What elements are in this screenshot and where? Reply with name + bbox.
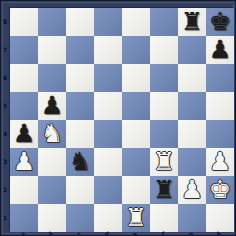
file-label-c: c: [65, 231, 93, 236]
square-b5[interactable]: ♟: [38, 92, 66, 120]
square-c1[interactable]: [66, 204, 94, 232]
rank-label-2: 2: [1, 175, 9, 203]
rank-label-3: 3: [1, 147, 9, 175]
black-rook-f2[interactable]: ♜: [150, 176, 178, 204]
square-f7[interactable]: [150, 36, 178, 64]
white-rook-f3[interactable]: ♜: [150, 148, 178, 176]
square-c7[interactable]: [66, 36, 94, 64]
square-c5[interactable]: [66, 92, 94, 120]
white-king-h2[interactable]: ♚: [206, 176, 234, 204]
square-b7[interactable]: [38, 36, 66, 64]
square-f5[interactable]: [150, 92, 178, 120]
square-b6[interactable]: [38, 64, 66, 92]
square-a4[interactable]: ♟: [10, 120, 38, 148]
rank-label-5: 5: [1, 91, 9, 119]
rank-label-7: 7: [1, 35, 9, 63]
rank-label-1: 1: [1, 203, 9, 231]
square-f8[interactable]: [150, 8, 178, 36]
square-g3[interactable]: [178, 148, 206, 176]
square-h7[interactable]: ♟: [206, 36, 234, 64]
square-c8[interactable]: [66, 8, 94, 36]
white-pawn-a3[interactable]: ♟: [10, 148, 38, 176]
square-h5[interactable]: [206, 92, 234, 120]
square-e3[interactable]: [122, 148, 150, 176]
square-a8[interactable]: [10, 8, 38, 36]
square-d8[interactable]: [94, 8, 122, 36]
square-b2[interactable]: [38, 176, 66, 204]
black-knight-c3[interactable]: ♞: [66, 148, 94, 176]
square-a6[interactable]: [10, 64, 38, 92]
square-c2[interactable]: [66, 176, 94, 204]
square-g7[interactable]: [178, 36, 206, 64]
square-h6[interactable]: [206, 64, 234, 92]
square-d5[interactable]: [94, 92, 122, 120]
square-e1[interactable]: ♜: [122, 204, 150, 232]
black-pawn-h7[interactable]: ♟: [206, 36, 234, 64]
square-g5[interactable]: [178, 92, 206, 120]
rank-label-4: 4: [1, 119, 9, 147]
square-b8[interactable]: [38, 8, 66, 36]
square-a7[interactable]: [10, 36, 38, 64]
rank-labels: 87654321: [1, 7, 9, 231]
black-pawn-a4[interactable]: ♟: [10, 120, 38, 148]
file-label-d: d: [93, 231, 121, 236]
square-h1[interactable]: [206, 204, 234, 232]
square-d3[interactable]: [94, 148, 122, 176]
square-h2[interactable]: ♚: [206, 176, 234, 204]
white-pawn-g2[interactable]: ♟: [178, 176, 206, 204]
file-labels: abcdefgh: [9, 231, 233, 236]
square-g8[interactable]: ♜: [178, 8, 206, 36]
white-pawn-h3[interactable]: ♟: [206, 148, 234, 176]
square-c4[interactable]: [66, 120, 94, 148]
square-a1[interactable]: [10, 204, 38, 232]
square-a5[interactable]: [10, 92, 38, 120]
square-d7[interactable]: [94, 36, 122, 64]
black-pawn-b5[interactable]: ♟: [38, 92, 66, 120]
square-b4[interactable]: ♞: [38, 120, 66, 148]
square-e5[interactable]: [122, 92, 150, 120]
white-knight-b4[interactable]: ♞: [38, 120, 66, 148]
square-f3[interactable]: ♜: [150, 148, 178, 176]
square-c6[interactable]: [66, 64, 94, 92]
square-e8[interactable]: [122, 8, 150, 36]
square-e2[interactable]: [122, 176, 150, 204]
square-f1[interactable]: [150, 204, 178, 232]
square-b1[interactable]: [38, 204, 66, 232]
square-h8[interactable]: ♚: [206, 8, 234, 36]
file-label-a: a: [9, 231, 37, 236]
square-e4[interactable]: [122, 120, 150, 148]
square-g1[interactable]: [178, 204, 206, 232]
file-label-h: h: [205, 231, 233, 236]
black-rook-g8[interactable]: ♜: [178, 8, 206, 36]
square-a2[interactable]: [10, 176, 38, 204]
square-c3[interactable]: ♞: [66, 148, 94, 176]
rank-label-8: 8: [1, 7, 9, 35]
square-e7[interactable]: [122, 36, 150, 64]
square-f6[interactable]: [150, 64, 178, 92]
chess-board: ♜♚♟♟♟♞♟♞♜♟♜♟♚♜: [9, 7, 233, 231]
square-d1[interactable]: [94, 204, 122, 232]
black-king-h8[interactable]: ♚: [206, 8, 234, 36]
file-label-b: b: [37, 231, 65, 236]
square-a3[interactable]: ♟: [10, 148, 38, 176]
square-f4[interactable]: [150, 120, 178, 148]
square-e6[interactable]: [122, 64, 150, 92]
chess-board-frame: 87654321 ♜♚♟♟♟♞♟♞♜♟♜♟♚♜ abcdefgh: [0, 0, 236, 236]
square-d2[interactable]: [94, 176, 122, 204]
square-g4[interactable]: [178, 120, 206, 148]
file-label-e: e: [121, 231, 149, 236]
square-d6[interactable]: [94, 64, 122, 92]
square-h3[interactable]: ♟: [206, 148, 234, 176]
square-b3[interactable]: [38, 148, 66, 176]
square-d4[interactable]: [94, 120, 122, 148]
square-h4[interactable]: [206, 120, 234, 148]
rank-label-6: 6: [1, 63, 9, 91]
square-g2[interactable]: ♟: [178, 176, 206, 204]
square-g6[interactable]: [178, 64, 206, 92]
file-label-f: f: [149, 231, 177, 236]
file-label-g: g: [177, 231, 205, 236]
white-rook-e1[interactable]: ♜: [122, 204, 150, 232]
square-f2[interactable]: ♜: [150, 176, 178, 204]
